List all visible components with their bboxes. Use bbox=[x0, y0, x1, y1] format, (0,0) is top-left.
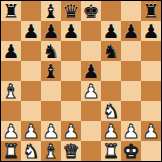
piece-black-pawn: ♟ bbox=[142, 21, 159, 41]
square-g2[interactable]: ♟ bbox=[121, 121, 141, 141]
piece-white-pawn: ♟ bbox=[102, 121, 119, 141]
square-a1[interactable]: ♜ bbox=[1, 141, 21, 161]
square-a5[interactable] bbox=[1, 61, 21, 81]
square-c3[interactable] bbox=[41, 101, 61, 121]
square-h1[interactable] bbox=[141, 141, 161, 161]
square-a2[interactable]: ♟ bbox=[1, 121, 21, 141]
square-d7[interactable]: ♟ bbox=[61, 21, 81, 41]
square-f7[interactable]: ♟ bbox=[101, 21, 121, 41]
square-a6[interactable]: ♟ bbox=[1, 41, 21, 61]
square-e2[interactable] bbox=[81, 121, 101, 141]
piece-white-queen: ♛ bbox=[62, 141, 79, 161]
square-e3[interactable] bbox=[81, 101, 101, 121]
square-h8[interactable]: ♜ bbox=[141, 1, 161, 21]
square-b5[interactable] bbox=[21, 61, 41, 81]
square-b7[interactable]: ♟ bbox=[21, 21, 41, 41]
chess-board-frame: ♜♝♛♚♜♟♟♟♟♟♟♟♞♞♝♟♝♟♞♟♟♟♟♟♟♟♜♞♝♛♜♚ bbox=[0, 0, 162, 162]
square-g8[interactable] bbox=[121, 1, 141, 21]
piece-black-pawn: ♟ bbox=[102, 21, 119, 41]
piece-black-pawn: ♟ bbox=[82, 61, 99, 81]
square-b1[interactable]: ♞ bbox=[21, 141, 41, 161]
piece-black-knight: ♞ bbox=[102, 41, 119, 61]
piece-black-pawn: ♟ bbox=[2, 41, 19, 61]
square-c8[interactable]: ♝ bbox=[41, 1, 61, 21]
square-f3[interactable]: ♞ bbox=[101, 101, 121, 121]
square-h5[interactable] bbox=[141, 61, 161, 81]
piece-black-pawn: ♟ bbox=[62, 21, 79, 41]
piece-white-rook: ♜ bbox=[2, 141, 19, 161]
square-g5[interactable] bbox=[121, 61, 141, 81]
piece-black-rook: ♜ bbox=[142, 1, 159, 21]
chess-board: ♜♝♛♚♜♟♟♟♟♟♟♟♞♞♝♟♝♟♞♟♟♟♟♟♟♟♜♞♝♛♜♚ bbox=[1, 1, 161, 161]
piece-white-pawn: ♟ bbox=[22, 121, 39, 141]
square-h4[interactable] bbox=[141, 81, 161, 101]
square-b6[interactable] bbox=[21, 41, 41, 61]
square-b4[interactable] bbox=[21, 81, 41, 101]
piece-white-rook: ♜ bbox=[102, 141, 119, 161]
square-c2[interactable]: ♟ bbox=[41, 121, 61, 141]
square-d4[interactable] bbox=[61, 81, 81, 101]
square-c1[interactable]: ♝ bbox=[41, 141, 61, 161]
square-c5[interactable]: ♝ bbox=[41, 61, 61, 81]
piece-white-knight: ♞ bbox=[22, 141, 39, 161]
square-h3[interactable] bbox=[141, 101, 161, 121]
piece-black-pawn: ♟ bbox=[42, 21, 59, 41]
square-b3[interactable] bbox=[21, 101, 41, 121]
square-a4[interactable]: ♝ bbox=[1, 81, 21, 101]
piece-black-pawn: ♟ bbox=[122, 21, 139, 41]
square-h2[interactable]: ♟ bbox=[141, 121, 161, 141]
piece-white-bishop: ♝ bbox=[42, 141, 59, 161]
square-a7[interactable] bbox=[1, 21, 21, 41]
square-a3[interactable] bbox=[1, 101, 21, 121]
piece-white-pawn: ♟ bbox=[62, 121, 79, 141]
square-f2[interactable]: ♟ bbox=[101, 121, 121, 141]
square-f4[interactable] bbox=[101, 81, 121, 101]
square-c4[interactable] bbox=[41, 81, 61, 101]
square-f1[interactable]: ♜ bbox=[101, 141, 121, 161]
square-g7[interactable]: ♟ bbox=[121, 21, 141, 41]
piece-black-rook: ♜ bbox=[2, 1, 19, 21]
square-d2[interactable]: ♟ bbox=[61, 121, 81, 141]
piece-black-knight: ♞ bbox=[42, 41, 59, 61]
square-c6[interactable]: ♞ bbox=[41, 41, 61, 61]
square-g4[interactable] bbox=[121, 81, 141, 101]
square-g1[interactable]: ♚ bbox=[121, 141, 141, 161]
piece-white-pawn: ♟ bbox=[142, 121, 159, 141]
piece-white-knight: ♞ bbox=[102, 101, 119, 121]
square-a8[interactable]: ♜ bbox=[1, 1, 21, 21]
piece-white-pawn: ♟ bbox=[42, 121, 59, 141]
square-f5[interactable] bbox=[101, 61, 121, 81]
piece-black-bishop: ♝ bbox=[42, 61, 59, 81]
piece-black-bishop: ♝ bbox=[42, 1, 59, 21]
square-e6[interactable] bbox=[81, 41, 101, 61]
piece-white-king: ♚ bbox=[122, 141, 139, 161]
square-c7[interactable]: ♟ bbox=[41, 21, 61, 41]
square-d8[interactable]: ♛ bbox=[61, 1, 81, 21]
square-e7[interactable] bbox=[81, 21, 101, 41]
square-h7[interactable]: ♟ bbox=[141, 21, 161, 41]
square-g6[interactable] bbox=[121, 41, 141, 61]
square-d5[interactable] bbox=[61, 61, 81, 81]
square-e5[interactable]: ♟ bbox=[81, 61, 101, 81]
square-e8[interactable]: ♚ bbox=[81, 1, 101, 21]
piece-black-king: ♚ bbox=[82, 1, 99, 21]
square-f8[interactable] bbox=[101, 1, 121, 21]
square-f6[interactable]: ♞ bbox=[101, 41, 121, 61]
square-g3[interactable] bbox=[121, 101, 141, 121]
square-d1[interactable]: ♛ bbox=[61, 141, 81, 161]
square-e1[interactable] bbox=[81, 141, 101, 161]
piece-white-pawn: ♟ bbox=[82, 81, 99, 101]
square-e4[interactable]: ♟ bbox=[81, 81, 101, 101]
square-d3[interactable] bbox=[61, 101, 81, 121]
piece-white-bishop: ♝ bbox=[2, 81, 19, 101]
square-d6[interactable] bbox=[61, 41, 81, 61]
square-h6[interactable] bbox=[141, 41, 161, 61]
piece-white-pawn: ♟ bbox=[2, 121, 19, 141]
piece-black-queen: ♛ bbox=[62, 1, 79, 21]
square-b2[interactable]: ♟ bbox=[21, 121, 41, 141]
piece-black-pawn: ♟ bbox=[22, 21, 39, 41]
square-b8[interactable] bbox=[21, 1, 41, 21]
piece-white-pawn: ♟ bbox=[122, 121, 139, 141]
